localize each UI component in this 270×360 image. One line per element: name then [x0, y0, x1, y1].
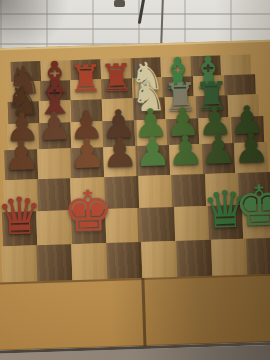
square-b4[interactable] — [38, 148, 72, 179]
square-g1[interactable] — [211, 239, 247, 276]
chessboard: ♞♞♝♝♜♜♞♞♝♝♜♜♟♟♟♟♟♟♟♟♟♟♟♟♟♟♟♛♚♛♚ — [0, 39, 270, 360]
hanging-cable-icon — [160, 0, 164, 48]
piece-green-pawn-g4[interactable]: ♟ — [200, 129, 238, 171]
square-e3[interactable] — [138, 175, 173, 208]
piece-red-queen-a2[interactable]: ♛ — [0, 190, 43, 243]
square-a1[interactable] — [1, 245, 37, 282]
piece-red-king-c2[interactable]: ♚ — [62, 183, 114, 241]
square-b1[interactable] — [36, 244, 72, 281]
piece-red-pawn-b5[interactable]: ♟ — [36, 106, 72, 146]
square-e1[interactable] — [141, 241, 177, 278]
square-f1[interactable] — [176, 240, 212, 277]
square-f3[interactable] — [171, 174, 206, 207]
wall-brick-hole — [114, 0, 125, 7]
piece-green-king-h2[interactable]: ♚ — [233, 178, 270, 236]
hanging-cable-icon — [138, 0, 145, 24]
square-e2[interactable] — [139, 207, 174, 242]
piece-red-pawn-d4[interactable]: ♟ — [101, 132, 139, 174]
piece-green-pawn-f4[interactable]: ♟ — [167, 130, 205, 172]
square-c1[interactable] — [71, 243, 107, 280]
photo-chess-scene: { "scene": { "setting": "vintage wooden … — [0, 0, 270, 360]
square-h1[interactable] — [246, 238, 270, 275]
piece-red-pawn-a4[interactable]: ♟ — [3, 135, 41, 177]
piece-green-pawn-h4[interactable]: ♟ — [232, 128, 270, 170]
square-d1[interactable] — [106, 242, 142, 279]
